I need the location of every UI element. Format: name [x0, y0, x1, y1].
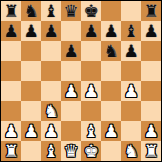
black-bishop-icon[interactable]: ♝ — [43, 1, 58, 21]
black-pawn-icon[interactable]: ♟ — [123, 41, 138, 61]
square-b4[interactable] — [21, 81, 41, 101]
square-g6[interactable]: ♟ — [121, 41, 141, 61]
square-c5[interactable] — [41, 61, 61, 81]
square-a8[interactable]: ♜ — [1, 1, 21, 21]
square-b1[interactable] — [21, 141, 41, 161]
square-b5[interactable] — [21, 61, 41, 81]
square-h6[interactable] — [141, 41, 161, 61]
white-pawn-icon[interactable]: ♟ — [43, 121, 58, 141]
square-g7[interactable]: ♝ — [121, 21, 141, 41]
black-pawn-icon[interactable]: ♟ — [43, 21, 58, 41]
black-pawn-icon[interactable]: ♟ — [63, 41, 78, 61]
white-pawn-icon[interactable]: ♟ — [143, 121, 158, 141]
square-d5[interactable] — [61, 61, 81, 81]
square-h7[interactable]: ♟ — [141, 21, 161, 41]
white-pawn-icon[interactable]: ♟ — [23, 121, 38, 141]
white-pawn-icon[interactable]: ♟ — [83, 81, 98, 101]
black-pawn-icon[interactable]: ♟ — [3, 21, 18, 41]
square-g8[interactable] — [121, 1, 141, 21]
square-f3[interactable] — [101, 101, 121, 121]
square-d7[interactable] — [61, 21, 81, 41]
white-rook-icon[interactable]: ♜ — [143, 141, 158, 161]
white-pawn-icon[interactable]: ♟ — [123, 81, 138, 101]
black-rook-icon[interactable]: ♜ — [3, 1, 18, 21]
square-d6[interactable]: ♟ — [61, 41, 81, 61]
black-pawn-icon[interactable]: ♟ — [103, 21, 118, 41]
square-c4[interactable] — [41, 81, 61, 101]
square-g3[interactable] — [121, 101, 141, 121]
square-b7[interactable]: ♟ — [21, 21, 41, 41]
square-h8[interactable]: ♜ — [141, 1, 161, 21]
square-e6[interactable] — [81, 41, 101, 61]
square-f2[interactable]: ♟ — [101, 121, 121, 141]
square-f6[interactable]: ♞ — [101, 41, 121, 61]
square-e5[interactable] — [81, 61, 101, 81]
white-bishop-icon[interactable]: ♝ — [83, 121, 98, 141]
white-knight-icon[interactable]: ♞ — [123, 141, 138, 161]
square-d1[interactable]: ♛ — [61, 141, 81, 161]
square-g4[interactable]: ♟ — [121, 81, 141, 101]
black-knight-icon[interactable]: ♞ — [103, 41, 118, 61]
square-a4[interactable] — [1, 81, 21, 101]
square-a5[interactable] — [1, 61, 21, 81]
square-b6[interactable] — [21, 41, 41, 61]
square-d2[interactable] — [61, 121, 81, 141]
white-rook-icon[interactable]: ♜ — [3, 141, 18, 161]
white-knight-icon[interactable]: ♞ — [43, 101, 58, 121]
square-b3[interactable] — [21, 101, 41, 121]
square-c3[interactable]: ♞ — [41, 101, 61, 121]
black-queen-icon[interactable]: ♛ — [63, 1, 78, 21]
square-c6[interactable] — [41, 41, 61, 61]
square-a3[interactable] — [1, 101, 21, 121]
square-f1[interactable] — [101, 141, 121, 161]
square-b2[interactable]: ♟ — [21, 121, 41, 141]
square-g1[interactable]: ♞ — [121, 141, 141, 161]
square-a1[interactable]: ♜ — [1, 141, 21, 161]
square-e1[interactable]: ♚ — [81, 141, 101, 161]
white-pawn-icon[interactable]: ♟ — [3, 121, 18, 141]
square-a7[interactable]: ♟ — [1, 21, 21, 41]
chess-board: ♜♞♝♛♚♜♟♟♟♟♟♝♟♟♞♟♟♟♟♞♟♟♟♝♟♟♜♝♛♚♞♜ — [0, 0, 162, 162]
square-e3[interactable] — [81, 101, 101, 121]
square-h1[interactable]: ♜ — [141, 141, 161, 161]
square-h2[interactable]: ♟ — [141, 121, 161, 141]
square-c7[interactable]: ♟ — [41, 21, 61, 41]
square-a2[interactable]: ♟ — [1, 121, 21, 141]
square-a6[interactable] — [1, 41, 21, 61]
square-d3[interactable] — [61, 101, 81, 121]
square-f5[interactable] — [101, 61, 121, 81]
square-e7[interactable]: ♟ — [81, 21, 101, 41]
black-knight-icon[interactable]: ♞ — [23, 1, 38, 21]
white-bishop-icon[interactable]: ♝ — [43, 141, 58, 161]
square-f4[interactable] — [101, 81, 121, 101]
square-h3[interactable] — [141, 101, 161, 121]
square-c1[interactable]: ♝ — [41, 141, 61, 161]
square-g5[interactable] — [121, 61, 141, 81]
square-d4[interactable]: ♟ — [61, 81, 81, 101]
white-pawn-icon[interactable]: ♟ — [103, 121, 118, 141]
square-c2[interactable]: ♟ — [41, 121, 61, 141]
square-e8[interactable]: ♚ — [81, 1, 101, 21]
square-e4[interactable]: ♟ — [81, 81, 101, 101]
square-f8[interactable] — [101, 1, 121, 21]
square-f7[interactable]: ♟ — [101, 21, 121, 41]
black-pawn-icon[interactable]: ♟ — [143, 21, 158, 41]
white-king-icon[interactable]: ♚ — [83, 141, 98, 161]
black-rook-icon[interactable]: ♜ — [143, 1, 158, 21]
white-pawn-icon[interactable]: ♟ — [63, 81, 78, 101]
square-h4[interactable] — [141, 81, 161, 101]
black-pawn-icon[interactable]: ♟ — [83, 21, 98, 41]
square-b8[interactable]: ♞ — [21, 1, 41, 21]
black-king-icon[interactable]: ♚ — [83, 1, 98, 21]
square-c8[interactable]: ♝ — [41, 1, 61, 21]
black-pawn-icon[interactable]: ♟ — [23, 21, 38, 41]
square-h5[interactable] — [141, 61, 161, 81]
square-g2[interactable] — [121, 121, 141, 141]
square-d8[interactable]: ♛ — [61, 1, 81, 21]
square-e2[interactable]: ♝ — [81, 121, 101, 141]
white-queen-icon[interactable]: ♛ — [63, 141, 78, 161]
black-bishop-icon[interactable]: ♝ — [123, 21, 138, 41]
